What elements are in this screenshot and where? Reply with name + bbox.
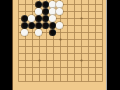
window-edge-strip — [106, 0, 113, 90]
white-stone: ● — [35, 29, 42, 36]
black-stone: ● — [21, 22, 28, 29]
black-stone: ● — [35, 22, 42, 29]
go-board[interactable]: ●●●●●●●●●●●●●●●●●●●●●● — [12, 0, 107, 90]
black-stone: ● — [42, 8, 49, 15]
white-stone: ● — [56, 1, 63, 8]
black-stone: ● — [35, 1, 42, 8]
black-stone: ● — [42, 1, 49, 8]
white-stone: ● — [49, 15, 56, 22]
white-stone: ● — [21, 29, 28, 36]
black-stone: ● — [42, 15, 49, 22]
black-stone: ● — [21, 15, 28, 22]
right-letterbox-bar — [113, 0, 120, 90]
black-stone: ● — [49, 29, 56, 36]
black-stone: ● — [28, 22, 35, 29]
white-stone: ● — [28, 15, 35, 22]
white-stone: ● — [56, 22, 63, 29]
white-stone: ● — [35, 8, 42, 15]
screenshot-root: ●●●●●●●●●●●●●●●●●●●●●● — [0, 0, 120, 90]
white-stone: ● — [49, 8, 56, 15]
white-stone: ● — [49, 1, 56, 8]
left-letterbox-bar — [0, 0, 12, 90]
stones-layer: ●●●●●●●●●●●●●●●●●●●●●● — [14, 0, 105, 85]
black-stone: ● — [42, 22, 49, 29]
white-stone: ● — [56, 8, 63, 15]
black-stone: ● — [49, 22, 56, 29]
black-stone: ● — [35, 15, 42, 22]
